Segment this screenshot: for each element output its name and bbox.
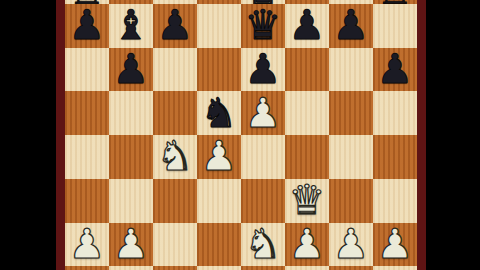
square-g1[interactable] [329,266,373,270]
piece-black-pawn-b6[interactable]: ♟ [113,49,150,90]
square-e5[interactable]: ♟ [241,91,285,135]
piece-black-bishop-b7[interactable]: ♝ [113,5,150,46]
piece-white-queen-f3[interactable]: ♛ [289,180,326,221]
square-b2[interactable]: ♟ [109,223,153,267]
square-b3[interactable] [109,179,153,223]
square-a6[interactable] [65,48,109,92]
square-h2[interactable]: ♟ [373,223,417,267]
square-h6[interactable]: ♟ [373,48,417,92]
board-border-right [417,0,426,270]
square-c4[interactable]: ♞ [153,135,197,179]
square-f1[interactable] [285,266,329,270]
square-b5[interactable] [109,91,153,135]
square-f3[interactable]: ♛ [285,179,329,223]
piece-white-pawn-a2[interactable]: ♟ [69,224,106,265]
square-b7[interactable]: ♝ [109,4,153,48]
piece-black-knight-d5[interactable]: ♞ [201,93,238,134]
square-e6[interactable]: ♟ [241,48,285,92]
square-g5[interactable] [329,91,373,135]
square-c6[interactable] [153,48,197,92]
piece-white-pawn-g2[interactable]: ♟ [333,224,370,265]
square-c1[interactable] [153,266,197,270]
piece-black-pawn-c7[interactable]: ♟ [157,5,194,46]
square-g7[interactable]: ♟ [329,4,373,48]
square-d5[interactable]: ♞ [197,91,241,135]
piece-black-pawn-h6[interactable]: ♟ [377,49,414,90]
square-g2[interactable]: ♟ [329,223,373,267]
square-a5[interactable] [65,91,109,135]
square-e4[interactable] [241,135,285,179]
square-h1[interactable] [373,266,417,270]
square-b1[interactable] [109,266,153,270]
square-a3[interactable] [65,179,109,223]
square-b4[interactable] [109,135,153,179]
square-e3[interactable] [241,179,285,223]
piece-black-pawn-e6[interactable]: ♟ [245,49,282,90]
square-d7[interactable] [197,4,241,48]
square-d4[interactable]: ♟ [197,135,241,179]
square-c3[interactable] [153,179,197,223]
piece-black-queen-e7[interactable]: ♛ [245,5,282,46]
piece-white-pawn-b2[interactable]: ♟ [113,224,150,265]
square-g6[interactable] [329,48,373,92]
piece-white-knight-e2[interactable]: ♞ [245,224,282,265]
square-h3[interactable] [373,179,417,223]
square-e1[interactable] [241,266,285,270]
square-d2[interactable] [197,223,241,267]
piece-white-pawn-f2[interactable]: ♟ [289,224,326,265]
square-g4[interactable] [329,135,373,179]
square-a2[interactable]: ♟ [65,223,109,267]
piece-white-knight-c4[interactable]: ♞ [157,136,194,177]
square-f4[interactable] [285,135,329,179]
square-d6[interactable] [197,48,241,92]
square-g3[interactable] [329,179,373,223]
board-border-left [56,0,65,270]
square-e7[interactable]: ♛ [241,4,285,48]
chess-board: ♜♚♜♟♝♟♛♟♟♟♟♟♞♟♞♟♛♟♟♞♟♟♟ [65,0,417,270]
square-f5[interactable] [285,91,329,135]
square-a1[interactable] [65,266,109,270]
piece-white-pawn-h2[interactable]: ♟ [377,224,414,265]
square-c2[interactable] [153,223,197,267]
square-e2[interactable]: ♞ [241,223,285,267]
square-b6[interactable]: ♟ [109,48,153,92]
square-a7[interactable]: ♟ [65,4,109,48]
piece-white-pawn-e5[interactable]: ♟ [245,93,282,134]
square-d1[interactable] [197,266,241,270]
square-h5[interactable] [373,91,417,135]
square-f6[interactable] [285,48,329,92]
piece-black-pawn-g7[interactable]: ♟ [333,5,370,46]
square-d3[interactable] [197,179,241,223]
piece-black-pawn-a7[interactable]: ♟ [69,5,106,46]
square-f2[interactable]: ♟ [285,223,329,267]
square-c7[interactable]: ♟ [153,4,197,48]
piece-white-pawn-d4[interactable]: ♟ [201,136,238,177]
square-h4[interactable] [373,135,417,179]
square-c5[interactable] [153,91,197,135]
square-a4[interactable] [65,135,109,179]
square-h7[interactable] [373,4,417,48]
video-frame: ♜♚♜♟♝♟♛♟♟♟♟♟♞♟♞♟♛♟♟♞♟♟♟ [0,0,480,270]
piece-black-pawn-f7[interactable]: ♟ [289,5,326,46]
square-f7[interactable]: ♟ [285,4,329,48]
